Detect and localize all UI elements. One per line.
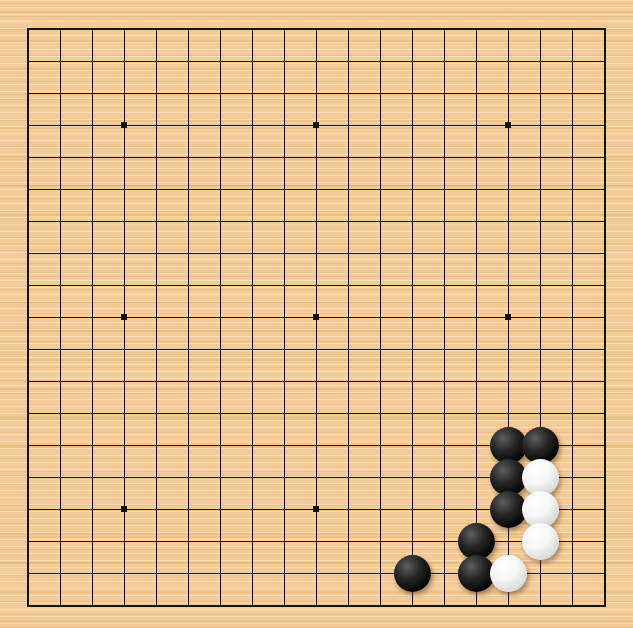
stone-black-Q4[interactable] — [490, 491, 527, 528]
hoshi-star-point — [300, 109, 332, 141]
stone-black-P2[interactable] — [458, 555, 495, 592]
hoshi-dot — [121, 506, 127, 512]
hoshi-dot — [313, 506, 319, 512]
hoshi-star-point — [492, 109, 524, 141]
hoshi-star-point — [108, 493, 140, 525]
intersection-Q4[interactable] — [492, 493, 524, 525]
stone-white-R5[interactable] — [522, 459, 559, 496]
stone-white-R4[interactable] — [522, 491, 559, 528]
hoshi-star-point — [300, 301, 332, 333]
hoshi-dot — [121, 122, 127, 128]
hoshi-star-point — [108, 301, 140, 333]
intersection-Q6[interactable] — [492, 429, 524, 461]
hoshi-star-point — [108, 109, 140, 141]
hoshi-star-point — [492, 301, 524, 333]
stone-black-R6[interactable] — [522, 427, 559, 464]
intersection-R3[interactable] — [524, 525, 556, 557]
go-board-grid[interactable] — [12, 13, 620, 621]
intersection-R4[interactable] — [524, 493, 556, 525]
hoshi-dot — [505, 122, 511, 128]
intersection-R6[interactable] — [524, 429, 556, 461]
stone-white-Q2[interactable] — [490, 555, 527, 592]
go-board-screenshot — [0, 0, 633, 628]
intersection-P3[interactable] — [460, 525, 492, 557]
hoshi-dot — [505, 314, 511, 320]
stone-black-P3[interactable] — [458, 523, 495, 560]
intersection-P2[interactable] — [460, 557, 492, 589]
hoshi-dot — [121, 314, 127, 320]
intersection-N2[interactable] — [396, 557, 428, 589]
hoshi-dot — [313, 314, 319, 320]
hoshi-dot — [313, 122, 319, 128]
go-board[interactable] — [0, 0, 633, 628]
intersection-Q2[interactable] — [492, 557, 524, 589]
intersection-Q5[interactable] — [492, 461, 524, 493]
hoshi-star-point — [300, 493, 332, 525]
stone-black-Q5[interactable] — [490, 459, 527, 496]
stone-white-R3[interactable] — [522, 523, 559, 560]
intersection-R5[interactable] — [524, 461, 556, 493]
stone-black-Q6[interactable] — [490, 427, 527, 464]
stone-black-N2[interactable] — [394, 555, 431, 592]
